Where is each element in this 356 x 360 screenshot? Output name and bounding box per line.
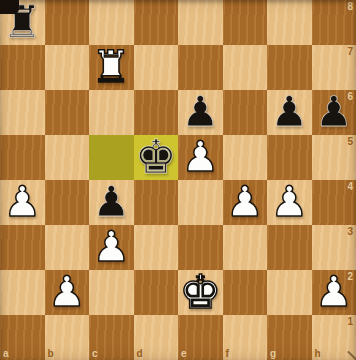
piece-white-pawn[interactable]: ♟ xyxy=(3,181,41,223)
square-h4[interactable]: 4 xyxy=(312,180,356,225)
square-c2[interactable] xyxy=(89,270,134,315)
square-e4[interactable] xyxy=(178,180,223,225)
square-f4[interactable]: ♟ xyxy=(223,180,268,225)
square-d1[interactable]: d xyxy=(134,315,179,360)
rank-label-5: 5 xyxy=(347,136,353,147)
square-h5[interactable]: 5 xyxy=(312,135,356,180)
square-b5[interactable] xyxy=(45,135,90,180)
square-g7[interactable] xyxy=(267,45,312,90)
square-h1[interactable]: 1h xyxy=(312,315,356,360)
square-h3[interactable]: 3 xyxy=(312,225,356,270)
square-g5[interactable] xyxy=(267,135,312,180)
square-e5[interactable]: ♟ xyxy=(178,135,223,180)
square-a5[interactable] xyxy=(0,135,45,180)
file-label-g: g xyxy=(270,348,276,359)
square-c3[interactable]: ♟ xyxy=(89,225,134,270)
square-b7[interactable] xyxy=(45,45,90,90)
chessboard-screenshot: ♜8♜7♟♟♟6♚♟5♟♟♟♟4♟3♟♚♟2abcdefg1h xyxy=(0,0,356,360)
square-g8[interactable] xyxy=(267,0,312,45)
piece-white-pawn[interactable]: ♟ xyxy=(315,271,353,313)
square-c4[interactable]: ♟ xyxy=(89,180,134,225)
square-e7[interactable] xyxy=(178,45,223,90)
square-f8[interactable] xyxy=(223,0,268,45)
square-c1[interactable]: c xyxy=(89,315,134,360)
square-f3[interactable] xyxy=(223,225,268,270)
square-h2[interactable]: ♟2 xyxy=(312,270,356,315)
square-d5[interactable]: ♚ xyxy=(134,135,179,180)
piece-black-pawn[interactable]: ♟ xyxy=(92,181,130,223)
square-a7[interactable] xyxy=(0,45,45,90)
square-c8[interactable] xyxy=(89,0,134,45)
square-b1[interactable]: b xyxy=(45,315,90,360)
square-d7[interactable] xyxy=(134,45,179,90)
square-a3[interactable] xyxy=(0,225,45,270)
square-b2[interactable]: ♟ xyxy=(45,270,90,315)
rank-label-8: 8 xyxy=(347,1,353,12)
square-f5[interactable] xyxy=(223,135,268,180)
square-b3[interactable] xyxy=(45,225,90,270)
square-b6[interactable] xyxy=(45,90,90,135)
square-h7[interactable]: 7 xyxy=(312,45,356,90)
piece-white-pawn[interactable]: ♟ xyxy=(226,181,264,223)
square-e3[interactable] xyxy=(178,225,223,270)
file-label-b: b xyxy=(48,348,54,359)
rank-label-3: 3 xyxy=(347,226,353,237)
square-f2[interactable] xyxy=(223,270,268,315)
piece-black-pawn[interactable]: ♟ xyxy=(181,91,219,133)
square-c7[interactable]: ♜ xyxy=(89,45,134,90)
rank-label-4: 4 xyxy=(347,181,353,192)
square-d3[interactable] xyxy=(134,225,179,270)
chess-board[interactable]: ♜8♜7♟♟♟6♚♟5♟♟♟♟4♟3♟♚♟2abcdefg1h xyxy=(0,0,356,360)
square-b4[interactable] xyxy=(45,180,90,225)
piece-white-king[interactable]: ♚ xyxy=(179,270,221,315)
rank-label-1: 1 xyxy=(347,316,353,327)
file-label-h: h xyxy=(315,348,321,359)
square-d2[interactable] xyxy=(134,270,179,315)
square-e6[interactable]: ♟ xyxy=(178,90,223,135)
file-label-c: c xyxy=(92,348,98,359)
square-e8[interactable] xyxy=(178,0,223,45)
piece-black-pawn[interactable]: ♟ xyxy=(315,91,353,133)
square-a1[interactable]: a xyxy=(0,315,45,360)
square-c6[interactable] xyxy=(89,90,134,135)
square-h8[interactable]: 8 xyxy=(312,0,356,45)
square-g1[interactable]: g xyxy=(267,315,312,360)
piece-white-pawn[interactable]: ♟ xyxy=(48,271,86,313)
piece-black-rook[interactable]: ♜ xyxy=(3,0,42,44)
square-e2[interactable]: ♚ xyxy=(178,270,223,315)
file-label-e: e xyxy=(181,348,187,359)
file-label-d: d xyxy=(137,348,143,359)
square-a6[interactable] xyxy=(0,90,45,135)
square-c5[interactable] xyxy=(89,135,134,180)
piece-white-pawn[interactable]: ♟ xyxy=(181,136,219,178)
piece-white-rook[interactable]: ♜ xyxy=(92,45,131,89)
square-d8[interactable] xyxy=(134,0,179,45)
square-b8[interactable] xyxy=(45,0,90,45)
square-h6[interactable]: ♟6 xyxy=(312,90,356,135)
piece-white-pawn[interactable]: ♟ xyxy=(270,181,308,223)
square-d4[interactable] xyxy=(134,180,179,225)
square-a8[interactable]: ♜ xyxy=(0,0,45,45)
piece-white-pawn[interactable]: ♟ xyxy=(92,226,130,268)
square-f1[interactable]: f xyxy=(223,315,268,360)
square-g3[interactable] xyxy=(267,225,312,270)
square-f7[interactable] xyxy=(223,45,268,90)
square-f6[interactable] xyxy=(223,90,268,135)
piece-black-king[interactable]: ♚ xyxy=(135,135,177,180)
square-g4[interactable]: ♟ xyxy=(267,180,312,225)
file-label-a: a xyxy=(3,348,9,359)
file-label-f: f xyxy=(226,348,229,359)
rank-label-7: 7 xyxy=(347,46,353,57)
piece-black-pawn[interactable]: ♟ xyxy=(270,91,308,133)
square-d6[interactable] xyxy=(134,90,179,135)
square-a2[interactable] xyxy=(0,270,45,315)
square-g6[interactable]: ♟ xyxy=(267,90,312,135)
square-a4[interactable]: ♟ xyxy=(0,180,45,225)
square-e1[interactable]: e xyxy=(178,315,223,360)
square-g2[interactable] xyxy=(267,270,312,315)
